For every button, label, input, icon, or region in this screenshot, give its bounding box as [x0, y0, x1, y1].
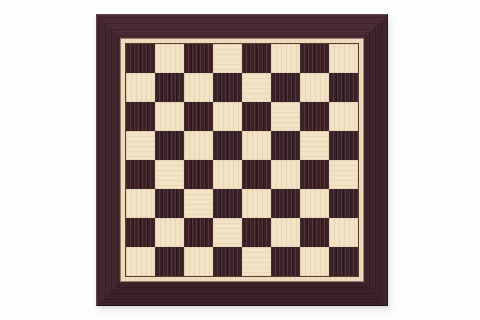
square-c6[interactable] [184, 102, 213, 131]
square-f8[interactable] [271, 44, 300, 73]
square-e3[interactable] [242, 189, 271, 218]
square-h7[interactable] [329, 73, 358, 102]
square-d3[interactable] [213, 189, 242, 218]
square-b6[interactable] [155, 102, 184, 131]
square-a8[interactable] [126, 44, 155, 73]
square-a3[interactable] [126, 189, 155, 218]
square-g2[interactable] [300, 218, 329, 247]
square-b4[interactable] [155, 160, 184, 189]
square-g6[interactable] [300, 102, 329, 131]
square-d7[interactable] [213, 73, 242, 102]
board-inlay-line [125, 43, 359, 277]
square-h6[interactable] [329, 102, 358, 131]
square-a2[interactable] [126, 218, 155, 247]
square-g3[interactable] [300, 189, 329, 218]
square-h2[interactable] [329, 218, 358, 247]
square-e8[interactable] [242, 44, 271, 73]
square-d2[interactable] [213, 218, 242, 247]
square-e5[interactable] [242, 131, 271, 160]
square-f2[interactable] [271, 218, 300, 247]
square-g5[interactable] [300, 131, 329, 160]
square-c8[interactable] [184, 44, 213, 73]
square-b7[interactable] [155, 73, 184, 102]
square-g4[interactable] [300, 160, 329, 189]
square-a7[interactable] [126, 73, 155, 102]
square-e1[interactable] [242, 247, 271, 276]
square-g1[interactable] [300, 247, 329, 276]
square-e7[interactable] [242, 73, 271, 102]
square-h1[interactable] [329, 247, 358, 276]
square-f4[interactable] [271, 160, 300, 189]
square-f7[interactable] [271, 73, 300, 102]
square-a1[interactable] [126, 247, 155, 276]
square-a5[interactable] [126, 131, 155, 160]
square-b8[interactable] [155, 44, 184, 73]
square-e2[interactable] [242, 218, 271, 247]
square-h4[interactable] [329, 160, 358, 189]
square-b2[interactable] [155, 218, 184, 247]
square-h3[interactable] [329, 189, 358, 218]
square-g8[interactable] [300, 44, 329, 73]
square-g7[interactable] [300, 73, 329, 102]
square-b3[interactable] [155, 189, 184, 218]
square-e6[interactable] [242, 102, 271, 131]
square-h5[interactable] [329, 131, 358, 160]
square-d6[interactable] [213, 102, 242, 131]
square-c1[interactable] [184, 247, 213, 276]
square-d4[interactable] [213, 160, 242, 189]
square-c4[interactable] [184, 160, 213, 189]
board-squares [126, 44, 358, 276]
board-inner-border [120, 38, 364, 282]
chessboard [96, 14, 388, 306]
square-d5[interactable] [213, 131, 242, 160]
square-f6[interactable] [271, 102, 300, 131]
square-e4[interactable] [242, 160, 271, 189]
square-c5[interactable] [184, 131, 213, 160]
square-f5[interactable] [271, 131, 300, 160]
square-d1[interactable] [213, 247, 242, 276]
square-c2[interactable] [184, 218, 213, 247]
square-a6[interactable] [126, 102, 155, 131]
square-c7[interactable] [184, 73, 213, 102]
square-h8[interactable] [329, 44, 358, 73]
square-f1[interactable] [271, 247, 300, 276]
square-f3[interactable] [271, 189, 300, 218]
square-b5[interactable] [155, 131, 184, 160]
square-b1[interactable] [155, 247, 184, 276]
square-c3[interactable] [184, 189, 213, 218]
square-a4[interactable] [126, 160, 155, 189]
square-d8[interactable] [213, 44, 242, 73]
